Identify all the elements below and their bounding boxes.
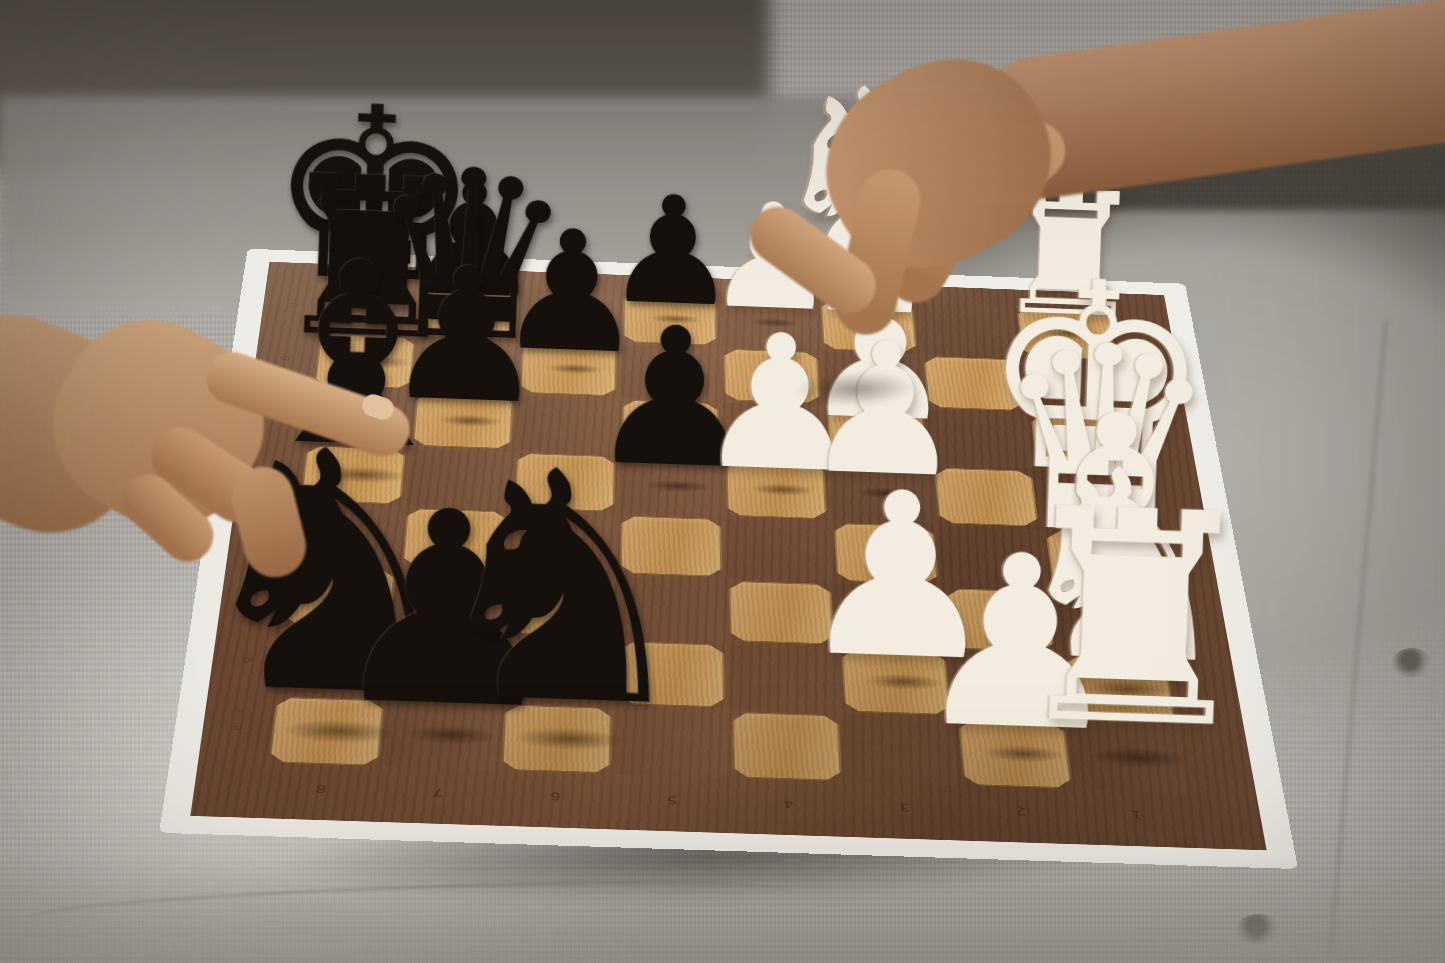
- square-a4[interactable]: [728, 710, 845, 784]
- square-a6[interactable]: ♞: [498, 702, 615, 776]
- cushion-tuft: [1236, 914, 1280, 944]
- rank-label-2: 2: [962, 803, 1079, 819]
- board-frame: ♚♟♟♟♟♜♜♛♟♟♟♝♟♟♟♚♛♝♟♞♞♟♞♟♜ 87654321hgfedc…: [159, 249, 1298, 869]
- rank-label-7: 7: [379, 784, 497, 800]
- photo-scene: ♚♟♟♟♟♜♜♛♟♟♟♝♟♟♟♚♛♝♟♞♞♟♞♟♜ 87654321hgfedc…: [0, 0, 1445, 963]
- rank-label-5: 5: [614, 792, 731, 808]
- square-a1[interactable]: ♜: [1067, 721, 1191, 795]
- chess-board-plane: ♚♟♟♟♟♜♜♛♟♟♟♝♟♟♟♚♛♝♟♞♞♟♞♟♜ 87654321hgfedc…: [159, 249, 1298, 869]
- rank-label-3: 3: [847, 799, 964, 815]
- cushion-tuft: [1392, 648, 1432, 678]
- held-piece-shadow: [794, 370, 915, 408]
- rank-label-6: 6: [497, 788, 614, 804]
- white-rook-icon: ♜: [971, 468, 1298, 771]
- black-knight-icon: ♞: [397, 425, 728, 752]
- rank-label-8: 8: [262, 780, 381, 796]
- rank-label-4: 4: [730, 795, 847, 811]
- rank-label-1: 1: [1078, 807, 1195, 823]
- board-surface: ♚♟♟♟♟♜♜♛♟♟♟♝♟♟♟♚♛♝♟♞♞♟♞♟♜ 87654321hgfedc…: [190, 262, 1266, 851]
- chess-board[interactable]: ♚♟♟♟♟♜♜♛♟♟♟♝♟♟♟♚♛♝♟♞♞♟♞♟♜: [265, 280, 1191, 794]
- file-label-h: h: [244, 294, 346, 315]
